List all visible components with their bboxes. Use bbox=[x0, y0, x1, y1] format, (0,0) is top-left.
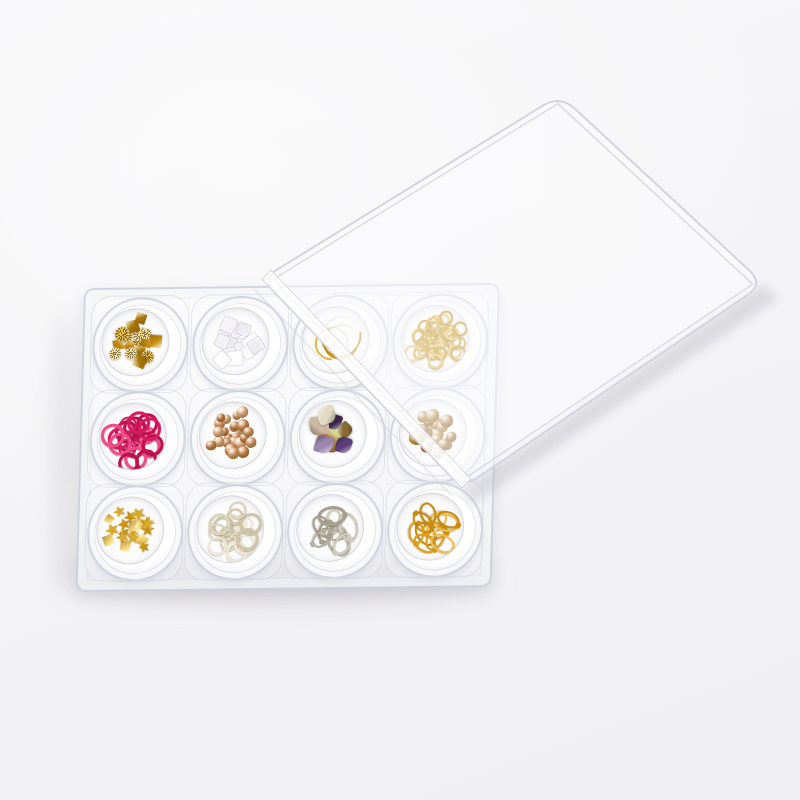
clasp-stem bbox=[332, 549, 340, 556]
gold-sunburst-studs-jar bbox=[88, 297, 191, 392]
gold-jump-rings-item bbox=[452, 321, 468, 336]
gold-star-studs-item bbox=[119, 541, 130, 552]
gold-sunburst-studs-item bbox=[109, 348, 121, 360]
rose-gold-beads-item bbox=[245, 437, 256, 448]
rose-gold-beads-item bbox=[206, 440, 217, 451]
storage-box-tray: ★★★★★★★★★★★★★ bbox=[76, 283, 500, 592]
champagne-jump-rings-jar bbox=[183, 484, 286, 579]
gold-jump-rings-item bbox=[438, 310, 453, 325]
champagne-jump-rings-item bbox=[208, 537, 227, 556]
magenta-jump-rings-jar bbox=[85, 391, 188, 486]
clasp-stem bbox=[310, 540, 317, 548]
lid-cast-shadow bbox=[462, 284, 778, 505]
matte-gold-beads-item bbox=[426, 409, 440, 422]
box-side-shadow bbox=[52, 310, 78, 590]
rose-gold-beads-item bbox=[238, 446, 250, 458]
clasp-stem bbox=[412, 509, 420, 517]
gold-star-studs-item: ★ bbox=[138, 514, 157, 534]
matte-gold-beads-jar bbox=[385, 387, 488, 482]
jar-grid: ★★★★★★★★★★★★★ bbox=[78, 285, 498, 580]
rose-gold-beads-item bbox=[243, 427, 254, 438]
photo-scene: ★★★★★★★★★★★★★ bbox=[0, 0, 800, 800]
gold-sunburst-studs-item bbox=[149, 335, 163, 348]
gold-jump-rings-item bbox=[412, 329, 428, 345]
gold-jump-rings-item bbox=[404, 345, 421, 362]
crystal-beads-jar bbox=[285, 388, 388, 483]
champagne-jump-rings-item bbox=[235, 528, 259, 551]
matte-gold-beads-item bbox=[440, 415, 453, 428]
gold-lobster-clasps-jar bbox=[383, 481, 486, 576]
gold-star-studs-jar: ★★★★★★★★★★★★★ bbox=[83, 485, 186, 580]
gold-earring-hooks-jar bbox=[288, 294, 391, 389]
gold-jump-rings-jar bbox=[388, 293, 491, 388]
magenta-jump-rings-item bbox=[118, 452, 140, 471]
clear-crystal-chips-jar bbox=[188, 295, 291, 390]
rose-gold-beads-item bbox=[236, 406, 248, 418]
gold-star-studs-item: ★ bbox=[136, 538, 154, 556]
rose-gold-beads-item bbox=[227, 447, 240, 459]
rose-gold-beads-jar bbox=[185, 390, 288, 485]
silver-lobster-clasps-jar bbox=[283, 482, 386, 577]
matte-gold-beads-item bbox=[438, 439, 451, 451]
